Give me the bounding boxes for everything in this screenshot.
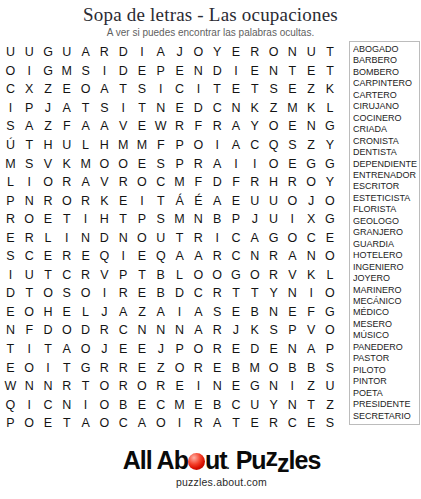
- grid-cell: Z: [302, 377, 321, 396]
- grid-cell: R: [245, 173, 264, 192]
- grid-cell: R: [208, 340, 227, 359]
- grid-cell: N: [151, 99, 170, 118]
- grid-cell: A: [133, 414, 152, 433]
- grid-cell: A: [95, 80, 114, 99]
- grid-cell: E: [114, 191, 133, 210]
- grid-cell: G: [321, 117, 340, 136]
- word-list-item: GEOLOGO: [353, 216, 419, 227]
- grid-cell: Q: [1, 395, 20, 414]
- grid-cell: C: [151, 173, 170, 192]
- grid-cell: B: [114, 395, 133, 414]
- red-ball-o-icon: [188, 453, 205, 470]
- grid-cell: B: [208, 395, 227, 414]
- grid-cell: A: [114, 303, 133, 322]
- grid-cell: R: [114, 284, 133, 303]
- grid-cell: A: [245, 228, 264, 247]
- grid-cell: N: [39, 377, 58, 396]
- word-list-item: COCINERO: [353, 113, 419, 124]
- grid-cell: N: [245, 247, 264, 266]
- grid-cell: N: [264, 377, 283, 396]
- grid-cell: D: [170, 284, 189, 303]
- grid-cell: N: [20, 191, 39, 210]
- grid-cell: F: [302, 303, 321, 322]
- logo-text-pu: Pu: [236, 446, 266, 474]
- grid-cell: O: [321, 247, 340, 266]
- grid-cell: T: [245, 284, 264, 303]
- grid-cell: F: [151, 136, 170, 155]
- grid-cell: O: [283, 228, 302, 247]
- grid-cell: O: [1, 62, 20, 81]
- grid-cell: L: [321, 266, 340, 285]
- grid-cell: E: [1, 228, 20, 247]
- grid-cell: O: [133, 173, 152, 192]
- grid-cell: E: [302, 62, 321, 81]
- grid-cell: N: [283, 284, 302, 303]
- grid-cell: T: [133, 266, 152, 285]
- grid-cell: T: [20, 284, 39, 303]
- grid-cell: I: [39, 358, 58, 377]
- grid-cell: O: [170, 358, 189, 377]
- grid-cell: N: [57, 395, 76, 414]
- grid-cell: R: [170, 117, 189, 136]
- grid-cell: A: [57, 99, 76, 118]
- grid-cell: M: [170, 395, 189, 414]
- grid-cell: N: [170, 321, 189, 340]
- grid-cell: R: [57, 377, 76, 396]
- grid-cell: O: [321, 284, 340, 303]
- grid-cell: H: [95, 136, 114, 155]
- word-list-item: INGENIERO: [353, 262, 419, 273]
- grid-cell: D: [95, 228, 114, 247]
- grid-cell: A: [95, 117, 114, 136]
- grid-cell: E: [245, 62, 264, 81]
- grid-cell: E: [1, 358, 20, 377]
- grid-cell: N: [283, 395, 302, 414]
- grid-cell: E: [76, 247, 95, 266]
- grid-cell: W: [1, 377, 20, 396]
- grid-cell: R: [95, 358, 114, 377]
- grid-cell: I: [227, 62, 246, 81]
- word-list-item: GRANJERO: [353, 227, 419, 238]
- grid-cell: T: [57, 210, 76, 229]
- grid-cell: G: [76, 358, 95, 377]
- grid-cell: I: [133, 43, 152, 62]
- grid-cell: S: [1, 247, 20, 266]
- word-list-item: CIRUJANO: [353, 101, 419, 112]
- grid-cell: T: [133, 99, 152, 118]
- grid-cell: Z: [39, 80, 58, 99]
- grid-cell: G: [321, 303, 340, 322]
- grid-cell: C: [208, 99, 227, 118]
- grid-cell: P: [227, 210, 246, 229]
- grid-cell: O: [189, 136, 208, 155]
- grid-cell: M: [114, 136, 133, 155]
- grid-cell: É: [189, 191, 208, 210]
- word-list: ABOGADOBARBEROBOMBEROCARPINTEROCARTEROCI…: [349, 41, 420, 425]
- grid-cell: A: [57, 340, 76, 359]
- grid-cell: E: [245, 414, 264, 433]
- grid-cell: G: [302, 154, 321, 173]
- grid-cell: C: [20, 247, 39, 266]
- grid-cell: R: [114, 173, 133, 192]
- grid-cell: J: [302, 191, 321, 210]
- grid-cell: T: [321, 62, 340, 81]
- grid-cell: O: [76, 340, 95, 359]
- grid-cell: J: [39, 99, 58, 118]
- grid-cell: U: [245, 191, 264, 210]
- grid-cell: N: [227, 99, 246, 118]
- grid-cell: B: [227, 358, 246, 377]
- grid-cell: N: [189, 210, 208, 229]
- grid-cell: E: [133, 340, 152, 359]
- grid-cell: N: [20, 377, 39, 396]
- grid-cell: E: [189, 395, 208, 414]
- grid-cell: J: [151, 340, 170, 359]
- grid-cell: H: [39, 303, 58, 322]
- grid-cell: Q: [151, 247, 170, 266]
- grid-cell: K: [95, 191, 114, 210]
- grid-cell: O: [245, 266, 264, 285]
- grid-cell: X: [20, 80, 39, 99]
- grid-cell: O: [302, 173, 321, 192]
- grid-cell: Z: [151, 358, 170, 377]
- grid-cell: O: [133, 228, 152, 247]
- word-list-item: DEPENDIENTE: [353, 159, 419, 170]
- grid-cell: F: [57, 117, 76, 136]
- grid-cell: M: [57, 62, 76, 81]
- grid-cell: U: [321, 377, 340, 396]
- grid-cell: O: [57, 191, 76, 210]
- grid-cell: G: [39, 62, 58, 81]
- grid-cell: I: [208, 228, 227, 247]
- grid-cell: H: [95, 210, 114, 229]
- grid-cell: O: [20, 303, 39, 322]
- grid-cell: E: [133, 62, 152, 81]
- grid-cell: Y: [208, 43, 227, 62]
- grid-cell: E: [283, 303, 302, 322]
- grid-cell: K: [245, 99, 264, 118]
- grid-cell: N: [151, 321, 170, 340]
- grid-cell: N: [133, 321, 152, 340]
- grid-cell: O: [189, 266, 208, 285]
- grid-cell: H: [39, 136, 58, 155]
- grid-cell: G: [227, 266, 246, 285]
- grid-cell: D: [189, 99, 208, 118]
- grid-cell: N: [76, 228, 95, 247]
- grid-cell: M: [170, 173, 189, 192]
- grid-cell: U: [151, 228, 170, 247]
- grid-cell: T: [227, 414, 246, 433]
- grid-cell: Z: [302, 136, 321, 155]
- grid-cell: C: [283, 414, 302, 433]
- grid-cell: R: [95, 43, 114, 62]
- grid-cell: J: [170, 43, 189, 62]
- grid-cell: G: [245, 377, 264, 396]
- grid-cell: J: [95, 340, 114, 359]
- grid-cell: E: [133, 395, 152, 414]
- word-list-item: PILOTO: [353, 365, 419, 376]
- word-list-item: CRONISTA: [353, 136, 419, 147]
- grid-cell: P: [114, 266, 133, 285]
- grid-cell: O: [95, 377, 114, 396]
- grid-cell: T: [76, 99, 95, 118]
- grid-cell: S: [208, 303, 227, 322]
- word-list-item: ENTRENADOR: [353, 170, 419, 181]
- grid-cell: N: [208, 377, 227, 396]
- grid-cell: R: [189, 154, 208, 173]
- grid-cell: U: [264, 210, 283, 229]
- logo-z1: z: [266, 443, 278, 471]
- grid-cell: L: [39, 228, 58, 247]
- grid-cell: D: [1, 284, 20, 303]
- grid-cell: S: [321, 358, 340, 377]
- grid-cell: K: [245, 321, 264, 340]
- grid-cell: O: [20, 210, 39, 229]
- grid-cell: O: [133, 377, 152, 396]
- grid-cell: I: [57, 228, 76, 247]
- grid-cell: O: [189, 340, 208, 359]
- grid-cell: I: [20, 173, 39, 192]
- grid-cell: O: [95, 414, 114, 433]
- word-list-item: GUARDIA: [353, 239, 419, 250]
- grid-cell: J: [95, 303, 114, 322]
- grid-cell: L: [76, 136, 95, 155]
- word-list-item: MESERO: [353, 319, 419, 330]
- grid-cell: I: [20, 62, 39, 81]
- grid-cell: I: [20, 395, 39, 414]
- grid-cell: P: [133, 210, 152, 229]
- grid-cell: O: [151, 414, 170, 433]
- grid-cell: I: [302, 284, 321, 303]
- grid-cell: S: [321, 414, 340, 433]
- grid-cell: N: [114, 228, 133, 247]
- grid-cell: U: [264, 191, 283, 210]
- grid-cell: G: [264, 228, 283, 247]
- grid-cell: T: [302, 395, 321, 414]
- grid-cell: T: [57, 414, 76, 433]
- grid-cell: D: [208, 62, 227, 81]
- word-list-item: CRIADA: [353, 124, 419, 135]
- grid-cell: P: [1, 191, 20, 210]
- grid-cell: B: [151, 266, 170, 285]
- grid-cell: E: [133, 117, 152, 136]
- grid-cell: E: [57, 303, 76, 322]
- grid-cell: U: [245, 395, 264, 414]
- grid-cell: E: [227, 303, 246, 322]
- grid-cell: O: [95, 154, 114, 173]
- grid-cell: P: [1, 414, 20, 433]
- word-list-item: CARPINTERO: [353, 78, 419, 89]
- grid-cell: N: [264, 303, 283, 322]
- grid-cell: I: [283, 377, 302, 396]
- grid-cell: T: [39, 340, 58, 359]
- grid-cell: I: [170, 303, 189, 322]
- grid-cell: V: [39, 154, 58, 173]
- grid-cell: B: [283, 358, 302, 377]
- grid-cell: A: [189, 247, 208, 266]
- grid-cell: P: [170, 340, 189, 359]
- grid-cell: R: [1, 210, 20, 229]
- word-list-item: CARTERO: [353, 90, 419, 101]
- grid-cell: K: [302, 266, 321, 285]
- grid-cell: O: [76, 80, 95, 99]
- grid-cell: T: [76, 377, 95, 396]
- grid-cell: V: [283, 266, 302, 285]
- grid-cell: N: [264, 62, 283, 81]
- grid-cell: R: [245, 43, 264, 62]
- grid-cell: A: [170, 247, 189, 266]
- word-list-item: BARBERO: [353, 55, 419, 66]
- grid-cell: A: [227, 117, 246, 136]
- grid-cell: E: [1, 303, 20, 322]
- word-search-page: Sopa de letras - Las ocupaciones A ver s…: [0, 0, 421, 499]
- grid-cell: X: [302, 210, 321, 229]
- grid-cell: R: [208, 284, 227, 303]
- grid-cell: I: [208, 136, 227, 155]
- grid-cell: L: [1, 173, 20, 192]
- grid-cell: T: [151, 191, 170, 210]
- grid-cell: V: [114, 117, 133, 136]
- grid-cell: U: [20, 266, 39, 285]
- grid-cell: P: [170, 136, 189, 155]
- grid-cell: O: [208, 266, 227, 285]
- all-about-puzzles-logo[interactable]: All Abut.Puzzles: [123, 447, 321, 478]
- grid-cell: U: [302, 43, 321, 62]
- grid-cell: P: [283, 321, 302, 340]
- grid-cell: M: [76, 154, 95, 173]
- grid-cell: R: [264, 414, 283, 433]
- grid-cell: N: [1, 321, 20, 340]
- grid-cell: C: [302, 228, 321, 247]
- grid-cell: L: [170, 266, 189, 285]
- grid-cell: O: [39, 173, 58, 192]
- grid-cell: T: [57, 358, 76, 377]
- word-list-item: BOMBERO: [353, 67, 419, 78]
- grid-cell: T: [114, 210, 133, 229]
- grid-cell: E: [321, 228, 340, 247]
- grid-cell: V: [95, 266, 114, 285]
- grid-cell: O: [264, 154, 283, 173]
- grid-cell: U: [57, 136, 76, 155]
- grid-cell: U: [20, 43, 39, 62]
- grid-cell: K: [57, 154, 76, 173]
- word-list-item: ESCRITOR: [353, 181, 419, 192]
- grid-cell: E: [227, 43, 246, 62]
- grid-cell: I: [1, 99, 20, 118]
- grid-cell: T: [170, 228, 189, 247]
- grid-cell: N: [283, 340, 302, 359]
- grid-cell: I: [95, 284, 114, 303]
- grid-cell: A: [151, 303, 170, 322]
- grid-cell: I: [283, 210, 302, 229]
- grid-cell: S: [264, 80, 283, 99]
- grid-cell: R: [189, 228, 208, 247]
- grid-cell: M: [170, 210, 189, 229]
- grid-cell: E: [208, 358, 227, 377]
- grid-cell: F: [189, 117, 208, 136]
- grid-cell: E: [283, 117, 302, 136]
- grid-cell: C: [57, 266, 76, 285]
- grid-cell: J: [227, 321, 246, 340]
- grid-cell: M: [245, 358, 264, 377]
- grid-cell: D: [208, 173, 227, 192]
- grid-cell: S: [20, 154, 39, 173]
- grid-cell: I: [95, 62, 114, 81]
- grid-cell: I: [170, 414, 189, 433]
- word-list-item: SECRETARIO: [353, 411, 419, 422]
- grid-cell: C: [151, 395, 170, 414]
- grid-cell: C: [227, 228, 246, 247]
- letter-grid: UUGUARDIAJOYERONUTOIGMSIDEPENDIENTETCXZE…: [1, 43, 339, 432]
- grid-cell: G: [39, 43, 58, 62]
- grid-cell: M: [1, 154, 20, 173]
- grid-cell: C: [114, 414, 133, 433]
- word-list-item: DENTISTA: [353, 147, 419, 158]
- grid-cell: E: [170, 62, 189, 81]
- grid-cell: L: [76, 303, 95, 322]
- grid-cell: Y: [264, 395, 283, 414]
- grid-cell: A: [208, 191, 227, 210]
- grid-cell: E: [133, 358, 152, 377]
- grid-cell: S: [57, 284, 76, 303]
- grid-cell: I: [76, 210, 95, 229]
- grid-cell: C: [114, 321, 133, 340]
- grid-cell: I: [133, 191, 152, 210]
- grid-cell: S: [133, 80, 152, 99]
- logo-text-les: les: [289, 446, 321, 474]
- grid-cell: T: [245, 80, 264, 99]
- grid-cell: O: [39, 284, 58, 303]
- grid-cell: P: [20, 99, 39, 118]
- grid-cell: R: [264, 247, 283, 266]
- logo-text-allab: All Ab: [123, 446, 188, 474]
- word-list-item: MARINERO: [353, 285, 419, 296]
- word-list-item: FLORISTA: [353, 204, 419, 215]
- grid-cell: J: [245, 210, 264, 229]
- grid-cell: T: [208, 80, 227, 99]
- grid-cell: A: [76, 117, 95, 136]
- grid-cell: S: [151, 210, 170, 229]
- grid-cell: I: [114, 99, 133, 118]
- grid-cell: C: [189, 284, 208, 303]
- grid-cell: R: [114, 358, 133, 377]
- grid-cell: D: [76, 321, 95, 340]
- grid-cell: R: [57, 247, 76, 266]
- grid-cell: D: [114, 43, 133, 62]
- word-list-item: MECÁNICO: [353, 296, 419, 307]
- grid-cell: E: [170, 377, 189, 396]
- grid-cell: S: [283, 136, 302, 155]
- grid-cell: R: [76, 191, 95, 210]
- word-list-item: PRESIDENTE: [353, 399, 419, 410]
- grid-cell: P: [151, 62, 170, 81]
- grid-cell: P: [321, 340, 340, 359]
- grid-cell: R: [20, 228, 39, 247]
- page-subtitle: A ver si puedes encontrar las palabras o…: [0, 27, 421, 38]
- grid-cell: Ú: [1, 136, 20, 155]
- grid-cell: E: [264, 340, 283, 359]
- site-url[interactable]: puzzles.about.com: [22, 476, 421, 488]
- grid-cell: Q: [264, 136, 283, 155]
- grid-cell: U: [57, 43, 76, 62]
- word-list-item: PASTOR: [353, 353, 419, 364]
- grid-cell: R: [189, 414, 208, 433]
- grid-cell: D: [114, 62, 133, 81]
- grid-cell: O: [76, 284, 95, 303]
- grid-cell: C: [1, 80, 20, 99]
- grid-cell: E: [39, 210, 58, 229]
- grid-cell: I: [189, 377, 208, 396]
